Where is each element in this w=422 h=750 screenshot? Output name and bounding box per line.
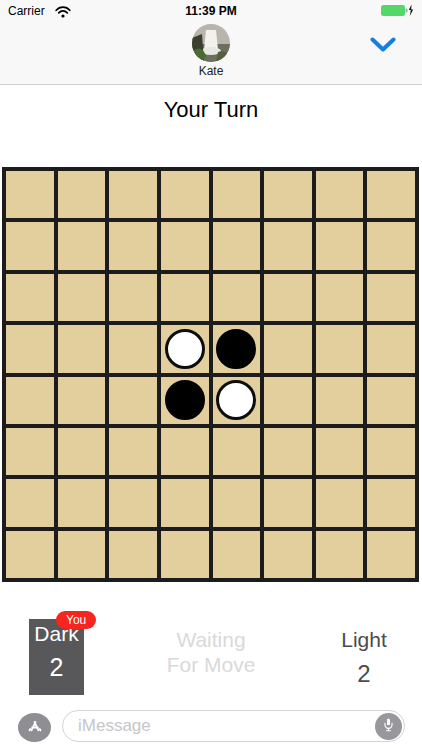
contact-avatar[interactable] bbox=[192, 24, 230, 62]
board-cell-d5[interactable] bbox=[161, 377, 209, 424]
board-cell-c3[interactable] bbox=[109, 274, 157, 321]
message-input[interactable]: iMessage bbox=[62, 710, 405, 742]
dictation-button[interactable] bbox=[375, 713, 402, 740]
dark-score-box: Dark 2 bbox=[29, 619, 84, 695]
light-score: 2 bbox=[314, 660, 414, 688]
board-cell-e2[interactable] bbox=[213, 222, 261, 269]
message-composer: iMessage bbox=[0, 702, 422, 750]
imessage-othello-screen: Carrier 11:39 PM bbox=[0, 0, 422, 750]
board-cell-d3[interactable] bbox=[161, 274, 209, 321]
board-cell-h4[interactable] bbox=[367, 325, 415, 372]
board-cell-b4[interactable] bbox=[58, 325, 106, 372]
waiting-line2: For Move bbox=[106, 652, 316, 677]
board-cell-c2[interactable] bbox=[109, 222, 157, 269]
board-cell-h5[interactable] bbox=[367, 377, 415, 424]
board-cell-d4[interactable] bbox=[161, 325, 209, 372]
board-cell-f8[interactable] bbox=[264, 531, 312, 578]
board-cell-a8[interactable] bbox=[6, 531, 54, 578]
board-cell-c8[interactable] bbox=[109, 531, 157, 578]
board-cell-h7[interactable] bbox=[367, 479, 415, 526]
board-cell-b7[interactable] bbox=[58, 479, 106, 526]
board-cell-b5[interactable] bbox=[58, 377, 106, 424]
black-disc bbox=[165, 380, 205, 420]
app-store-button[interactable] bbox=[18, 713, 51, 742]
board-cell-g6[interactable] bbox=[316, 428, 364, 475]
board-cell-c5[interactable] bbox=[109, 377, 157, 424]
light-score-box: Light 2 bbox=[314, 628, 414, 688]
board-cell-b2[interactable] bbox=[58, 222, 106, 269]
light-label: Light bbox=[314, 628, 414, 652]
board-cell-f7[interactable] bbox=[264, 479, 312, 526]
message-placeholder: iMessage bbox=[78, 711, 151, 741]
board-cell-e5[interactable] bbox=[213, 377, 261, 424]
white-disc bbox=[165, 329, 205, 369]
clock: 11:39 PM bbox=[0, 4, 422, 18]
board-cell-e8[interactable] bbox=[213, 531, 261, 578]
board-cell-f3[interactable] bbox=[264, 274, 312, 321]
board-cell-g7[interactable] bbox=[316, 479, 364, 526]
board-cell-g8[interactable] bbox=[316, 531, 364, 578]
board-cell-c7[interactable] bbox=[109, 479, 157, 526]
microphone-icon bbox=[380, 716, 397, 737]
board-cell-d1[interactable] bbox=[161, 171, 209, 218]
board-cell-c1[interactable] bbox=[109, 171, 157, 218]
waiting-status: Waiting For Move bbox=[106, 627, 316, 677]
board-cell-d6[interactable] bbox=[161, 428, 209, 475]
board-cell-g1[interactable] bbox=[316, 171, 364, 218]
board-cell-e7[interactable] bbox=[213, 479, 261, 526]
board-cell-a6[interactable] bbox=[6, 428, 54, 475]
board-cell-g4[interactable] bbox=[316, 325, 364, 372]
board-cell-e3[interactable] bbox=[213, 274, 261, 321]
board-cell-g5[interactable] bbox=[316, 377, 364, 424]
board-cell-h3[interactable] bbox=[367, 274, 415, 321]
board-cell-c4[interactable] bbox=[109, 325, 157, 372]
turn-banner: Your Turn bbox=[0, 97, 422, 123]
header: Carrier 11:39 PM bbox=[0, 0, 422, 85]
board-cell-h6[interactable] bbox=[367, 428, 415, 475]
chevron-down-icon[interactable] bbox=[370, 37, 396, 58]
board-cell-f6[interactable] bbox=[264, 428, 312, 475]
board-cell-a5[interactable] bbox=[6, 377, 54, 424]
board-cell-g3[interactable] bbox=[316, 274, 364, 321]
board-cell-a2[interactable] bbox=[6, 222, 54, 269]
board-cell-f4[interactable] bbox=[264, 325, 312, 372]
board bbox=[2, 167, 419, 582]
board-cell-d8[interactable] bbox=[161, 531, 209, 578]
board-cell-h8[interactable] bbox=[367, 531, 415, 578]
board-cell-d7[interactable] bbox=[161, 479, 209, 526]
board-cell-a1[interactable] bbox=[6, 171, 54, 218]
app-store-icon bbox=[24, 715, 46, 741]
board-cell-f1[interactable] bbox=[264, 171, 312, 218]
board-cell-b6[interactable] bbox=[58, 428, 106, 475]
you-badge: You bbox=[56, 611, 96, 629]
board-cell-a3[interactable] bbox=[6, 274, 54, 321]
white-disc bbox=[216, 380, 256, 420]
board-cell-b3[interactable] bbox=[58, 274, 106, 321]
battery-icon bbox=[380, 4, 414, 17]
board-cell-c6[interactable] bbox=[109, 428, 157, 475]
board-cell-e6[interactable] bbox=[213, 428, 261, 475]
board-cell-h1[interactable] bbox=[367, 171, 415, 218]
dark-score: 2 bbox=[29, 653, 84, 682]
board-cell-f5[interactable] bbox=[264, 377, 312, 424]
board-cell-h2[interactable] bbox=[367, 222, 415, 269]
board-cell-d2[interactable] bbox=[161, 222, 209, 269]
board-cell-a7[interactable] bbox=[6, 479, 54, 526]
waiting-line1: Waiting bbox=[106, 627, 316, 652]
black-disc bbox=[216, 329, 256, 369]
board-cell-e4[interactable] bbox=[213, 325, 261, 372]
board-cell-f2[interactable] bbox=[264, 222, 312, 269]
contact-name: Kate bbox=[0, 64, 422, 78]
status-bar: Carrier 11:39 PM bbox=[0, 0, 422, 20]
board-cell-a4[interactable] bbox=[6, 325, 54, 372]
board-cell-b8[interactable] bbox=[58, 531, 106, 578]
board-cell-e1[interactable] bbox=[213, 171, 261, 218]
board-cell-g2[interactable] bbox=[316, 222, 364, 269]
board-cell-b1[interactable] bbox=[58, 171, 106, 218]
